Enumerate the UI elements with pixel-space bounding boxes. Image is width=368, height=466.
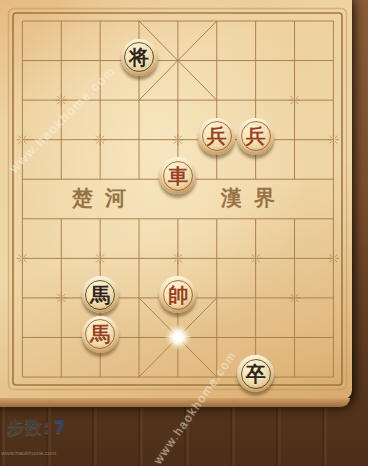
piece-black-horse[interactable]: 馬 (82, 276, 119, 313)
piece-glyph: 馬 (90, 285, 110, 305)
piece-red-horse[interactable]: 馬 (82, 316, 119, 353)
piece-glyph: 兵 (207, 126, 227, 146)
piece-red-soldier-2[interactable]: 兵 (237, 118, 274, 155)
piece-red-general[interactable]: 帥 (159, 276, 196, 313)
piece-glyph: 車 (168, 166, 188, 186)
piece-glyph: 馬 (90, 324, 110, 344)
piece-glyph: 帥 (168, 285, 188, 305)
pieces-layer: 将兵兵車馬帥馬卒 (3, 1, 353, 396)
piece-red-soldier-1[interactable]: 兵 (198, 118, 235, 155)
piece-red-chariot[interactable]: 車 (159, 157, 196, 194)
piece-glyph: 将 (129, 47, 149, 67)
piece-black-soldier[interactable]: 卒 (237, 355, 274, 392)
piece-black-general[interactable]: 将 (121, 39, 158, 76)
piece-glyph: 兵 (246, 126, 266, 146)
piece-glyph: 卒 (246, 364, 266, 384)
move-counter-label: 步数: (7, 417, 51, 437)
move-counter: 步数:7 (7, 416, 67, 439)
game-screen: 楚河 漢界 www.haokhome.com www.haokhome.com … (0, 0, 368, 466)
move-counter-value: 7 (54, 417, 67, 437)
